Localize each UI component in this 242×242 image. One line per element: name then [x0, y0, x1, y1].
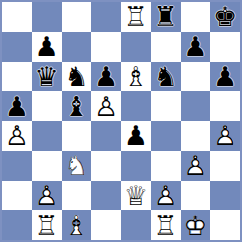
- square-d6[interactable]: ♟: [91, 62, 121, 92]
- square-c1[interactable]: ♝♗: [62, 210, 92, 240]
- white-pawn-icon: ♟♙: [181, 151, 211, 181]
- square-g4[interactable]: [181, 121, 211, 151]
- black-pawn-icon: ♟: [181, 32, 211, 62]
- square-b2[interactable]: ♟♙: [32, 181, 62, 211]
- square-e7[interactable]: [121, 32, 151, 62]
- square-g2[interactable]: [181, 181, 211, 211]
- square-a3[interactable]: [2, 151, 32, 181]
- square-h2[interactable]: [210, 181, 240, 211]
- black-pawn-icon: ♟: [32, 32, 62, 62]
- square-a1[interactable]: [2, 210, 32, 240]
- black-rook-icon: ♜: [151, 2, 181, 32]
- black-knight-icon: ♞: [62, 62, 92, 92]
- square-b5[interactable]: [32, 91, 62, 121]
- square-g5[interactable]: [181, 91, 211, 121]
- square-e5[interactable]: [121, 91, 151, 121]
- square-c3[interactable]: ♞♘: [62, 151, 92, 181]
- white-pawn-icon: ♟♙: [91, 91, 121, 121]
- white-pawn-icon: ♟♙: [210, 121, 240, 151]
- black-pawn-icon: ♟: [2, 91, 32, 121]
- square-b6[interactable]: ♛: [32, 62, 62, 92]
- square-d1[interactable]: [91, 210, 121, 240]
- square-b7[interactable]: ♟: [32, 32, 62, 62]
- black-bishop-icon: ♝: [62, 91, 92, 121]
- square-h5[interactable]: [210, 91, 240, 121]
- chess-board-frame: ♜♖♜♚♟♟♛♞♟♝♗♞♟♟♝♟♙♟♙♟♟♙♞♘♟♙♟♙♛♕♟♙♜♖♝♗♜♖♚♔: [0, 0, 242, 242]
- square-f3[interactable]: [151, 151, 181, 181]
- white-pawn-icon: ♟♙: [2, 121, 32, 151]
- square-e4[interactable]: ♟: [121, 121, 151, 151]
- square-f8[interactable]: ♜: [151, 2, 181, 32]
- black-pawn-icon: ♟: [91, 62, 121, 92]
- black-pawn-icon: ♟: [210, 62, 240, 92]
- black-knight-icon: ♞: [151, 62, 181, 92]
- square-h4[interactable]: ♟♙: [210, 121, 240, 151]
- chess-board: ♜♖♜♚♟♟♛♞♟♝♗♞♟♟♝♟♙♟♙♟♟♙♞♘♟♙♟♙♛♕♟♙♜♖♝♗♜♖♚♔: [2, 2, 240, 240]
- square-f6[interactable]: ♞: [151, 62, 181, 92]
- square-d5[interactable]: ♟♙: [91, 91, 121, 121]
- square-g3[interactable]: ♟♙: [181, 151, 211, 181]
- square-f5[interactable]: [151, 91, 181, 121]
- square-g7[interactable]: ♟: [181, 32, 211, 62]
- square-f2[interactable]: ♟♙: [151, 181, 181, 211]
- square-h7[interactable]: [210, 32, 240, 62]
- white-pawn-icon: ♟♙: [151, 181, 181, 211]
- square-a8[interactable]: [2, 2, 32, 32]
- black-king-icon: ♚: [210, 2, 240, 32]
- white-pawn-icon: ♟♙: [32, 181, 62, 211]
- square-g1[interactable]: ♚♔: [181, 210, 211, 240]
- square-h6[interactable]: ♟: [210, 62, 240, 92]
- white-knight-icon: ♞♘: [62, 151, 92, 181]
- square-b4[interactable]: [32, 121, 62, 151]
- square-f7[interactable]: [151, 32, 181, 62]
- square-g8[interactable]: [181, 2, 211, 32]
- square-c7[interactable]: [62, 32, 92, 62]
- square-e1[interactable]: [121, 210, 151, 240]
- square-e3[interactable]: [121, 151, 151, 181]
- square-b1[interactable]: ♜♖: [32, 210, 62, 240]
- square-a7[interactable]: [2, 32, 32, 62]
- square-e8[interactable]: ♜♖: [121, 2, 151, 32]
- square-b8[interactable]: [32, 2, 62, 32]
- white-rook-icon: ♜♖: [121, 2, 151, 32]
- white-bishop-icon: ♝♗: [121, 62, 151, 92]
- square-a6[interactable]: [2, 62, 32, 92]
- square-d7[interactable]: [91, 32, 121, 62]
- white-rook-icon: ♜♖: [32, 210, 62, 240]
- square-f1[interactable]: ♜♖: [151, 210, 181, 240]
- black-queen-icon: ♛: [32, 62, 62, 92]
- black-pawn-icon: ♟: [121, 121, 151, 151]
- square-d2[interactable]: [91, 181, 121, 211]
- square-e6[interactable]: ♝♗: [121, 62, 151, 92]
- square-c2[interactable]: [62, 181, 92, 211]
- square-d8[interactable]: [91, 2, 121, 32]
- white-rook-icon: ♜♖: [151, 210, 181, 240]
- square-c4[interactable]: [62, 121, 92, 151]
- square-d4[interactable]: [91, 121, 121, 151]
- white-king-icon: ♚♔: [181, 210, 211, 240]
- square-e2[interactable]: ♛♕: [121, 181, 151, 211]
- square-h8[interactable]: ♚: [210, 2, 240, 32]
- square-a5[interactable]: ♟: [2, 91, 32, 121]
- square-g6[interactable]: [181, 62, 211, 92]
- square-d3[interactable]: [91, 151, 121, 181]
- square-f4[interactable]: [151, 121, 181, 151]
- white-bishop-icon: ♝♗: [62, 210, 92, 240]
- square-c6[interactable]: ♞: [62, 62, 92, 92]
- square-h3[interactable]: [210, 151, 240, 181]
- square-h1[interactable]: [210, 210, 240, 240]
- white-queen-icon: ♛♕: [121, 181, 151, 211]
- square-a4[interactable]: ♟♙: [2, 121, 32, 151]
- square-a2[interactable]: [2, 181, 32, 211]
- square-c5[interactable]: ♝: [62, 91, 92, 121]
- square-c8[interactable]: [62, 2, 92, 32]
- square-b3[interactable]: [32, 151, 62, 181]
